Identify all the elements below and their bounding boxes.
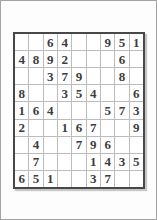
given-digit: 2 xyxy=(61,53,68,66)
sudoku-cell-r4c7[interactable] xyxy=(101,85,114,101)
sudoku-cell-r5c5[interactable] xyxy=(72,102,85,118)
sudoku-board: 6495148926379883546164573216794796714356… xyxy=(13,32,145,189)
given-digit: 6 xyxy=(76,121,83,134)
sudoku-cell-r2c9[interactable] xyxy=(130,51,143,67)
sudoku-cell-r6c2[interactable] xyxy=(29,120,42,136)
given-digit: 1 xyxy=(90,155,97,168)
sudoku-cell-r3c9[interactable] xyxy=(130,68,143,84)
given-digit: 3 xyxy=(119,155,126,168)
sudoku-cell-r1c8[interactable]: 5 xyxy=(115,34,128,50)
given-digit: 3 xyxy=(47,70,54,83)
sudoku-cell-r1c5[interactable] xyxy=(72,34,85,50)
given-digit: 5 xyxy=(133,155,140,168)
sudoku-cell-r7c2[interactable]: 4 xyxy=(29,137,42,153)
sudoku-cell-r8c2[interactable]: 7 xyxy=(29,154,42,170)
sudoku-cell-r9c2[interactable]: 5 xyxy=(29,171,42,187)
given-digit: 3 xyxy=(90,172,97,185)
sudoku-cell-r4c6[interactable]: 4 xyxy=(87,85,100,101)
sudoku-cell-r7c7[interactable]: 6 xyxy=(101,137,114,153)
sudoku-cell-r1c1[interactable] xyxy=(15,34,28,50)
given-digit: 6 xyxy=(33,104,40,117)
sudoku-cell-r1c2[interactable] xyxy=(29,34,42,50)
sudoku-cell-r5c2[interactable]: 6 xyxy=(29,102,42,118)
sudoku-cell-r2c1[interactable]: 4 xyxy=(15,51,28,67)
sudoku-cell-r4c2[interactable] xyxy=(29,85,42,101)
sudoku-cell-r7c8[interactable] xyxy=(115,137,128,153)
sudoku-cell-r6c8[interactable] xyxy=(115,120,128,136)
given-digit: 7 xyxy=(33,155,40,168)
given-digit: 3 xyxy=(61,87,68,100)
given-digit: 1 xyxy=(47,172,54,185)
sudoku-cell-r5c4[interactable] xyxy=(58,102,71,118)
given-digit: 4 xyxy=(90,87,97,100)
sudoku-cell-r7c4[interactable] xyxy=(58,137,71,153)
sudoku-cell-r4c9[interactable]: 6 xyxy=(130,85,143,101)
given-digit: 2 xyxy=(18,121,25,134)
sudoku-cell-r7c9[interactable] xyxy=(130,137,143,153)
sudoku-cell-r6c7[interactable] xyxy=(101,120,114,136)
given-digit: 4 xyxy=(18,53,25,66)
sudoku-cell-r8c6[interactable]: 1 xyxy=(87,154,100,170)
sudoku-cell-r1c7[interactable]: 9 xyxy=(101,34,114,50)
sudoku-cell-r2c2[interactable]: 8 xyxy=(29,51,42,67)
sudoku-cell-r2c4[interactable]: 2 xyxy=(58,51,71,67)
sudoku-cell-r5c7[interactable]: 5 xyxy=(101,102,114,118)
sudoku-cell-r3c3[interactable]: 3 xyxy=(44,68,57,84)
sudoku-cell-r8c3[interactable] xyxy=(44,154,57,170)
given-digit: 9 xyxy=(47,53,54,66)
sudoku-cell-r4c4[interactable]: 3 xyxy=(58,85,71,101)
sudoku-cell-r8c1[interactable] xyxy=(15,154,28,170)
given-digit: 4 xyxy=(33,138,40,151)
given-digit: 3 xyxy=(133,104,140,117)
sudoku-cell-r6c6[interactable]: 7 xyxy=(87,120,100,136)
given-digit: 7 xyxy=(61,70,68,83)
sudoku-cell-r8c4[interactable] xyxy=(58,154,71,170)
sudoku-cell-r9c7[interactable]: 7 xyxy=(101,171,114,187)
given-digit: 5 xyxy=(76,87,83,100)
given-digit: 7 xyxy=(119,104,126,117)
given-digit: 6 xyxy=(119,53,126,66)
sudoku-cell-r7c6[interactable]: 9 xyxy=(87,137,100,153)
given-digit: 9 xyxy=(133,121,140,134)
sudoku-cell-r8c5[interactable] xyxy=(72,154,85,170)
sudoku-cell-r3c8[interactable]: 8 xyxy=(115,68,128,84)
sudoku-cell-r5c1[interactable]: 1 xyxy=(15,102,28,118)
sudoku-cell-r6c5[interactable]: 6 xyxy=(72,120,85,136)
sudoku-cell-r5c3[interactable]: 4 xyxy=(44,102,57,118)
given-digit: 1 xyxy=(133,36,140,49)
sudoku-cell-r8c7[interactable]: 4 xyxy=(101,154,114,170)
given-digit: 6 xyxy=(104,138,111,151)
given-digit: 9 xyxy=(90,138,97,151)
given-digit: 8 xyxy=(119,70,126,83)
given-digit: 9 xyxy=(104,36,111,49)
sudoku-cell-r9c4[interactable] xyxy=(58,171,71,187)
sudoku-cell-r5c6[interactable] xyxy=(87,102,100,118)
sudoku-cell-r8c8[interactable]: 3 xyxy=(115,154,128,170)
sudoku-cell-r2c5[interactable] xyxy=(72,51,85,67)
sudoku-cell-r5c8[interactable]: 7 xyxy=(115,102,128,118)
sudoku-cell-r2c6[interactable] xyxy=(87,51,100,67)
sudoku-cell-r1c9[interactable]: 1 xyxy=(130,34,143,50)
sudoku-cell-r6c1[interactable]: 2 xyxy=(15,120,28,136)
given-digit: 5 xyxy=(104,104,111,117)
puzzle-page: 6495148926379883546164573216794796714356… xyxy=(0,0,157,220)
sudoku-cell-r8c9[interactable]: 5 xyxy=(130,154,143,170)
sudoku-cell-r4c1[interactable]: 8 xyxy=(15,85,28,101)
sudoku-cell-r6c4[interactable]: 1 xyxy=(58,120,71,136)
sudoku-cell-r1c4[interactable]: 4 xyxy=(58,34,71,50)
sudoku-cell-r3c2[interactable] xyxy=(29,68,42,84)
given-digit: 6 xyxy=(18,172,25,185)
sudoku-cell-r2c3[interactable]: 9 xyxy=(44,51,57,67)
given-digit: 5 xyxy=(119,36,126,49)
sudoku-cell-r9c8[interactable] xyxy=(115,171,128,187)
sudoku-cell-r7c3[interactable] xyxy=(44,137,57,153)
sudoku-cell-r7c1[interactable] xyxy=(15,137,28,153)
sudoku-cell-r6c9[interactable]: 9 xyxy=(130,120,143,136)
sudoku-cell-r9c5[interactable] xyxy=(72,171,85,187)
sudoku-cell-r9c9[interactable] xyxy=(130,171,143,187)
given-digit: 8 xyxy=(18,87,25,100)
sudoku-cell-r2c8[interactable]: 6 xyxy=(115,51,128,67)
sudoku-cell-r9c6[interactable]: 3 xyxy=(87,171,100,187)
sudoku-cell-r4c8[interactable] xyxy=(115,85,128,101)
sudoku-cell-r7c5[interactable]: 7 xyxy=(72,137,85,153)
sudoku-cell-r3c5[interactable]: 9 xyxy=(72,68,85,84)
sudoku-cell-r2c7[interactable] xyxy=(101,51,114,67)
given-digit: 6 xyxy=(133,87,140,100)
given-digit: 4 xyxy=(104,155,111,168)
sudoku-cell-r3c6[interactable] xyxy=(87,68,100,84)
sudoku-cell-r6c3[interactable] xyxy=(44,120,57,136)
sudoku-cell-r9c3[interactable]: 1 xyxy=(44,171,57,187)
sudoku-cell-r3c1[interactable] xyxy=(15,68,28,84)
given-digit: 1 xyxy=(61,121,68,134)
given-digit: 9 xyxy=(76,70,83,83)
given-digit: 1 xyxy=(18,104,25,117)
sudoku-cell-r4c5[interactable]: 5 xyxy=(72,85,85,101)
sudoku-cell-r4c3[interactable] xyxy=(44,85,57,101)
given-digit: 4 xyxy=(61,36,68,49)
sudoku-cell-r1c3[interactable]: 6 xyxy=(44,34,57,50)
given-digit: 7 xyxy=(76,138,83,151)
sudoku-cell-r3c4[interactable]: 7 xyxy=(58,68,71,84)
sudoku-cell-r3c7[interactable] xyxy=(101,68,114,84)
sudoku-cell-r5c9[interactable]: 3 xyxy=(130,102,143,118)
given-digit: 7 xyxy=(104,172,111,185)
given-digit: 6 xyxy=(47,36,54,49)
given-digit: 5 xyxy=(33,172,40,185)
given-digit: 4 xyxy=(47,104,54,117)
given-digit: 8 xyxy=(33,53,40,66)
sudoku-cell-r9c1[interactable]: 6 xyxy=(15,171,28,187)
given-digit: 7 xyxy=(90,121,97,134)
sudoku-cell-r1c6[interactable] xyxy=(87,34,100,50)
